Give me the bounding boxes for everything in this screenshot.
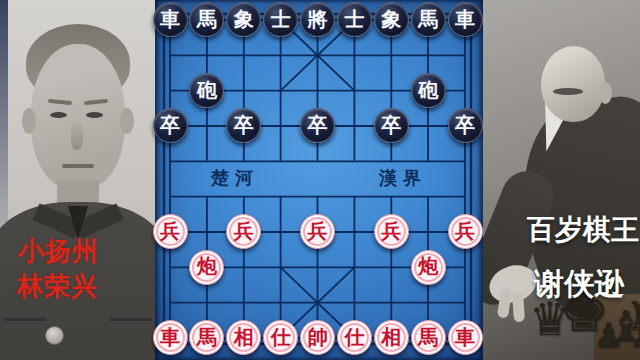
portrait-eye — [50, 112, 67, 118]
black-soldier[interactable]: 卒 — [226, 108, 261, 143]
red-chariot[interactable]: 車 — [448, 320, 483, 355]
red-soldier[interactable]: 兵 — [300, 214, 335, 249]
red-chariot[interactable]: 車 — [153, 320, 188, 355]
piece-glyph: 卒 — [160, 115, 180, 135]
red-soldier[interactable]: 兵 — [153, 214, 188, 249]
piece-glyph: 相 — [381, 327, 401, 347]
piece-glyph: 象 — [381, 9, 401, 29]
jacket-pocket — [110, 318, 152, 321]
piece-glyph: 士 — [271, 9, 291, 29]
red-cannon[interactable]: 炮 — [189, 250, 224, 285]
piece-glyph: 將 — [308, 9, 328, 29]
piece-glyph: 兵 — [160, 221, 180, 241]
piece-glyph: 卒 — [455, 115, 475, 135]
left-caption-nickname: 小扬州 — [18, 234, 99, 269]
piece-glyph: 兵 — [381, 221, 401, 241]
red-cannon[interactable]: 炮 — [411, 250, 446, 285]
piece-glyph: 仕 — [344, 327, 364, 347]
piece-glyph: 馬 — [418, 327, 438, 347]
portrait-ear — [120, 108, 134, 134]
piece-glyph: 車 — [455, 327, 475, 347]
black-general[interactable]: 將 — [300, 2, 335, 37]
right-caption-title: 百岁棋王 — [527, 211, 639, 249]
black-soldier[interactable]: 卒 — [374, 108, 409, 143]
red-soldier[interactable]: 兵 — [374, 214, 409, 249]
piece-glyph: 車 — [160, 327, 180, 347]
black-soldier[interactable]: 卒 — [300, 108, 335, 143]
right-photo-panel: ♛♚♟♝♟♜ 百岁棋王 谢侠逊 — [483, 0, 640, 360]
red-elephant[interactable]: 相 — [374, 320, 409, 355]
chess-pieces: ♛♚♟♝♟♜ — [483, 0, 640, 360]
piece-glyph: 卒 — [234, 115, 254, 135]
piece-grid: 車馬象士將士象馬車砲砲卒卒卒卒卒兵兵兵兵兵炮炮車馬相仕帥仕相馬車 — [152, 2, 484, 355]
video-thumbnail: 小扬州 林荣兴 — [0, 0, 640, 360]
black-elephant[interactable]: 象 — [226, 2, 261, 37]
black-soldier[interactable]: 卒 — [153, 108, 188, 143]
piece-glyph: 馬 — [197, 9, 217, 29]
piece-glyph: 士 — [344, 9, 364, 29]
black-advisor[interactable]: 士 — [337, 2, 372, 37]
jacket-pocket — [4, 318, 46, 321]
black-elephant[interactable]: 象 — [374, 2, 409, 37]
piece-glyph: 兵 — [234, 221, 254, 241]
red-soldier[interactable]: 兵 — [226, 214, 261, 249]
left-caption-name: 林荣兴 — [17, 269, 98, 304]
piece-glyph: 炮 — [197, 256, 217, 276]
red-advisor[interactable]: 仕 — [337, 320, 372, 355]
piece-glyph: 仕 — [271, 327, 291, 347]
black-cannon[interactable]: 砲 — [189, 73, 224, 108]
piece-glyph: 卒 — [308, 115, 328, 135]
piece-glyph: 馬 — [197, 327, 217, 347]
portrait-face — [31, 44, 125, 190]
piece-glyph: 車 — [455, 9, 475, 29]
red-horse[interactable]: 馬 — [189, 320, 224, 355]
portrait-nose — [71, 120, 83, 150]
portrait-eye — [86, 112, 103, 118]
xiangqi-board: 楚河 漢界 車馬象士將士象馬車砲砲卒卒卒卒卒兵兵兵兵兵炮炮車馬相仕帥仕相馬車 — [155, 0, 483, 360]
left-photo-panel: 小扬州 林荣兴 — [0, 0, 155, 360]
portrait-mouth — [62, 164, 94, 168]
right-caption-name: 谢侠逊 — [534, 264, 624, 305]
black-soldier[interactable]: 卒 — [448, 108, 483, 143]
piece-glyph: 帥 — [308, 327, 328, 347]
black-horse[interactable]: 馬 — [411, 2, 446, 37]
piece-glyph: 卒 — [381, 115, 401, 135]
red-horse[interactable]: 馬 — [411, 320, 446, 355]
piece-glyph: 象 — [234, 9, 254, 29]
red-general[interactable]: 帥 — [300, 320, 335, 355]
portrait-ear — [22, 108, 36, 134]
red-soldier[interactable]: 兵 — [448, 214, 483, 249]
black-cannon[interactable]: 砲 — [411, 73, 446, 108]
piece-glyph: 兵 — [308, 221, 328, 241]
piece-glyph: 兵 — [455, 221, 475, 241]
piece-glyph: 砲 — [197, 80, 217, 100]
red-elephant[interactable]: 相 — [226, 320, 261, 355]
black-advisor[interactable]: 士 — [263, 2, 298, 37]
black-chariot[interactable]: 車 — [448, 2, 483, 37]
piece-glyph: 車 — [160, 9, 180, 29]
piece-glyph: 相 — [234, 327, 254, 347]
jacket-button — [45, 326, 64, 345]
piece-glyph: 砲 — [418, 80, 438, 100]
piece-glyph: 炮 — [418, 256, 438, 276]
black-chariot[interactable]: 車 — [153, 2, 188, 37]
black-horse[interactable]: 馬 — [189, 2, 224, 37]
piece-glyph: 馬 — [418, 9, 438, 29]
chess-piece-icon: ♜ — [625, 296, 640, 336]
red-advisor[interactable]: 仕 — [263, 320, 298, 355]
